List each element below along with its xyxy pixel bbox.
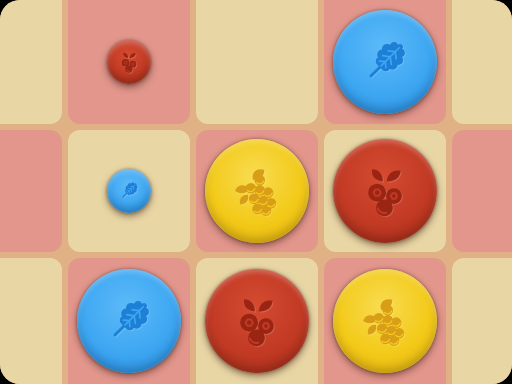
- cell-r1-c1: [68, 130, 190, 252]
- berries-icon: [229, 293, 285, 349]
- cell-r0-c1: [68, 0, 190, 124]
- token-blue-leaf-large[interactable]: [333, 10, 437, 114]
- cell-r2-c1: [68, 258, 190, 384]
- token-red-berries-large[interactable]: [333, 139, 437, 243]
- grapes-icon: [357, 293, 413, 349]
- leaf-icon: [101, 293, 157, 349]
- token-red-berries-small[interactable]: [107, 40, 151, 84]
- cell-r2-c0: [0, 258, 62, 384]
- cell-r1-c3: [324, 130, 446, 252]
- cell-r2-c2: [196, 258, 318, 384]
- cell-r2-c3: [324, 258, 446, 384]
- cell-r1-c4: [452, 130, 512, 252]
- berries-icon: [357, 163, 413, 219]
- token-red-berries-large[interactable]: [205, 269, 309, 373]
- cell-r1-c2: [196, 130, 318, 252]
- leaf-icon: [117, 179, 141, 203]
- cell-r2-c4: [452, 258, 512, 384]
- cell-r0-c0: [0, 0, 62, 124]
- token-blue-leaf-small[interactable]: [107, 169, 151, 213]
- cell-r0-c2: [196, 0, 318, 124]
- token-yellow-grapes-large[interactable]: [333, 269, 437, 373]
- leaf-icon: [357, 34, 413, 90]
- token-blue-leaf-large[interactable]: [77, 269, 181, 373]
- grapes-icon: [229, 163, 285, 219]
- cell-r0-c4: [452, 0, 512, 124]
- berries-icon: [117, 50, 141, 74]
- token-yellow-grapes-large[interactable]: [205, 139, 309, 243]
- game-board: [0, 0, 512, 384]
- cell-r0-c3: [324, 0, 446, 124]
- cell-r1-c0: [0, 130, 62, 252]
